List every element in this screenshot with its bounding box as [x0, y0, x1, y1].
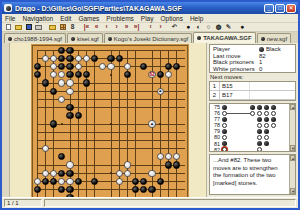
close-button[interactable]: ✕ [286, 4, 296, 13]
menu-play[interactable]: Play [141, 15, 154, 22]
white-stone[interactable] [124, 170, 131, 177]
menu-navigation[interactable]: Navigation [22, 15, 53, 22]
white-stone[interactable] [66, 88, 73, 95]
stone-pair-icon[interactable]: 8 [68, 23, 77, 31]
white-stone[interactable] [107, 63, 114, 70]
black-stone[interactable] [157, 178, 164, 185]
tab-stone-icon [8, 37, 12, 41]
toolbar-separator [234, 23, 237, 31]
tree-node-white[interactable] [271, 111, 276, 116]
tree-node-black[interactable] [264, 141, 269, 146]
black-stone[interactable] [50, 120, 57, 127]
tab-stone-icon [108, 37, 112, 41]
next-move-row[interactable]: 2B17 [210, 91, 295, 100]
triangle-mark-icon: ▲ [158, 89, 162, 94]
next-moves-label: Next moves: [209, 74, 296, 81]
tab-label: TAKAGAWA.SGF [203, 35, 252, 41]
last-move-value: 82 [259, 53, 266, 59]
pencil-tool-icon[interactable]: ✎ [224, 23, 233, 31]
game-info-box: Player Black Last move 82 Black prisoner… [209, 44, 296, 73]
tree-move-number: 81 [211, 141, 220, 147]
black-stone[interactable] [173, 161, 180, 168]
comment-box[interactable]: ...And #82. These two moves are to stren… [209, 154, 296, 195]
toolbar-separator [142, 23, 145, 31]
tree-node-white[interactable] [250, 111, 255, 116]
white-stone[interactable] [42, 55, 49, 62]
tree-branch-line [225, 113, 253, 114]
black-stone[interactable] [107, 55, 114, 62]
tree-node-black[interactable] [271, 105, 276, 110]
new-file-icon[interactable] [4, 23, 13, 31]
black-stone[interactable] [66, 55, 73, 62]
tree-row-82: 82 [210, 147, 295, 152]
black-stone[interactable] [83, 79, 90, 86]
tab-label: new.sgf [267, 36, 287, 42]
tab-bar: cho1988-1994.sgfkisei.sgfKogo's Joseki D… [2, 32, 298, 43]
tree-node-black[interactable] [250, 105, 255, 110]
tab-label: kisei.sgf [77, 36, 99, 42]
white-stone[interactable]: ▲ [157, 88, 164, 95]
tree-move-number: 80 [211, 134, 220, 140]
board-grid-icon[interactable] [58, 23, 67, 31]
last-move-icon[interactable]: »| [132, 23, 141, 31]
tree-node-black[interactable] [257, 105, 262, 110]
tree-node-white[interactable] [264, 111, 269, 116]
tab-label: cho1988-1994.sgf [14, 36, 62, 42]
tab-kogo-s-joseki-dictionary-sgf[interactable]: Kogo's Joseki Dictionary.sgf [104, 33, 192, 43]
maximize-button[interactable]: □ [275, 4, 285, 13]
white-stone[interactable] [66, 161, 73, 168]
tree-scroll-up-icon[interactable]: ▲ [290, 104, 295, 110]
tree-node-black[interactable] [271, 117, 276, 122]
comment-scrollbar[interactable]: ▲ ▼ [289, 155, 295, 194]
next-move-coord: B17 [220, 91, 250, 99]
tree-node-white[interactable] [222, 135, 227, 140]
tab-stone-icon [261, 37, 265, 41]
tree-node-white-current[interactable] [222, 147, 227, 152]
player-row: Player Black [213, 46, 292, 53]
white-stone[interactable] [83, 55, 90, 62]
tree-node-white[interactable] [271, 123, 276, 128]
tree-node-black[interactable] [222, 117, 227, 122]
tree-node-white[interactable] [257, 135, 262, 140]
right-panel: Player Black Last move 82 Black prisoner… [206, 43, 298, 197]
save-icon[interactable] [24, 23, 33, 31]
open-folder-icon[interactable] [14, 23, 23, 31]
next-move-number: 1 [210, 82, 220, 90]
next-move-coord: B15 [220, 82, 250, 90]
menu-bar: FileNavigationEditGamesProblemsPlayOptio… [2, 14, 298, 23]
toolbar-separator [44, 23, 47, 31]
triangle-mark-icon: ▲ [150, 122, 154, 127]
menu-games[interactable]: Games [78, 15, 99, 22]
status-bar: 1 / 1 [2, 197, 298, 208]
black-stone[interactable] [66, 47, 73, 54]
tree-node-black[interactable] [222, 141, 227, 146]
tree-move-number: 82 [211, 147, 220, 152]
white-stone-tool-icon[interactable]: ○ [204, 23, 213, 31]
comment-text: ...And #82. These two moves are to stren… [213, 157, 278, 186]
player-label: Player [213, 46, 259, 52]
left-edge-strip [2, 43, 10, 197]
black-stone[interactable] [116, 55, 123, 62]
black-stone[interactable] [165, 161, 172, 168]
white-stone[interactable]: ▲ [148, 120, 155, 127]
white-stone[interactable] [148, 170, 155, 177]
white-stone[interactable] [116, 170, 123, 177]
hoshi-point [110, 74, 112, 76]
play-stone-icon[interactable]: ● [238, 23, 247, 31]
tree-node-white[interactable] [222, 111, 227, 116]
hoshi-point [110, 123, 112, 125]
player-value: Black [266, 46, 281, 52]
hoshi-point [61, 123, 63, 125]
black-prisoners-label: Black prisoners [213, 59, 259, 65]
forward-icon[interactable]: › [112, 23, 121, 31]
tree-node-black[interactable] [222, 105, 227, 110]
tree-move-number: 77 [211, 116, 220, 122]
forward-ten-icon[interactable]: » [122, 23, 131, 31]
next-moves-section: Next moves: 1B152B17 [209, 74, 296, 102]
undo-icon[interactable]: ↶ [170, 23, 179, 31]
tree-node-white[interactable] [264, 123, 269, 128]
tree-node-white[interactable] [257, 111, 262, 116]
tree-node-black[interactable] [257, 117, 262, 122]
tree-node-white[interactable] [222, 123, 227, 128]
move-number-label: 82 [149, 73, 154, 78]
half-stone-tool-icon[interactable]: ◐ [194, 23, 203, 31]
tab-new-sgf[interactable]: new.sgf [257, 33, 291, 43]
tab-cho1988-1994-sgf[interactable]: cho1988-1994.sgf [4, 33, 66, 43]
status-move-indicator: 1 / 1 [4, 199, 42, 207]
back-icon[interactable]: ‹ [102, 23, 111, 31]
menu-help[interactable]: Help [190, 15, 203, 22]
title-bar[interactable]: Drago - D:\Gilles\Go\SGF\Parties\TAKAGAW… [2, 2, 298, 14]
next-moves-table[interactable]: 1B152B17 [209, 81, 296, 101]
main-area: 82▲▲ Player Black Last move 82 Black pri… [2, 43, 298, 197]
black-stone[interactable] [66, 186, 73, 193]
white-stone[interactable] [34, 178, 41, 185]
white-stone[interactable] [124, 161, 131, 168]
games-folder-icon[interactable] [48, 23, 57, 31]
tree-scroll-down-icon[interactable]: ▼ [290, 145, 295, 151]
toolbar-separator [166, 23, 169, 31]
toolbar: 8|««‹›»»|‹›↶●◐○◍✎● [2, 23, 298, 32]
white-stone[interactable] [42, 170, 49, 177]
next-variation-icon[interactable]: › [156, 23, 165, 31]
black-stone[interactable] [42, 178, 49, 185]
black-stone[interactable] [66, 63, 73, 70]
toolbar-separator [180, 23, 183, 31]
next-move-number: 2 [210, 91, 220, 99]
prev-variation-icon[interactable]: ‹ [146, 23, 155, 31]
minimize-button[interactable]: _ [264, 4, 274, 13]
tree-node-white[interactable] [257, 123, 262, 128]
comment-scroll-down-icon[interactable]: ▼ [290, 188, 295, 194]
menu-options[interactable]: Options [160, 15, 182, 22]
last-move-label: Last move [213, 53, 259, 59]
window-title: Drago - D:\Gilles\Go\SGF\Parties\TAKAGAW… [15, 5, 263, 12]
tree-node-black[interactable] [264, 129, 269, 134]
tree-node-black[interactable] [257, 141, 262, 146]
black-stone[interactable] [75, 178, 82, 185]
tree-node-white[interactable] [257, 147, 262, 152]
game-tree[interactable]: 7576777879808182 ▲ ▼ [209, 103, 296, 152]
black-stone[interactable] [42, 79, 49, 86]
print-icon[interactable] [34, 23, 43, 31]
tab-stone-icon [71, 37, 75, 41]
tree-node-black[interactable] [264, 105, 269, 110]
white-stone[interactable] [116, 178, 123, 185]
tree-node-black[interactable] [222, 129, 227, 134]
tab-kisei-sgf[interactable]: kisei.sgf [67, 33, 103, 43]
tab-takagawa-sgf[interactable]: TAKAGAWA.SGF [193, 32, 256, 43]
menu-edit[interactable]: Edit [60, 15, 71, 22]
white-stone[interactable] [66, 178, 73, 185]
tree-move-number: 76 [211, 110, 220, 116]
white-stone[interactable] [66, 79, 73, 86]
go-board[interactable]: 82▲▲ [32, 45, 188, 201]
white-prisoners-label: White prisoners [213, 66, 259, 72]
tree-node-white[interactable] [264, 135, 269, 140]
black-stone[interactable] [66, 104, 73, 111]
tree-node-black[interactable] [264, 117, 269, 122]
marker-stone-tool-icon[interactable]: ◍ [214, 23, 223, 31]
drago-window: Drago - D:\Gilles\Go\SGF\Parties\TAKAGAW… [0, 0, 300, 210]
menu-file[interactable]: File [5, 15, 15, 22]
black-stone[interactable] [148, 186, 155, 193]
tree-move-number: 75 [211, 104, 220, 110]
tree-scrollbar[interactable]: ▲ ▼ [289, 104, 295, 151]
white-prisoners-value: 0 [259, 66, 262, 72]
black-stone[interactable] [66, 170, 73, 177]
status-message-area [44, 199, 296, 207]
white-prisoners-row: White prisoners 0 [213, 66, 292, 73]
black-stone-icon [259, 47, 264, 52]
app-icon [4, 4, 12, 12]
tab-stone-icon [197, 36, 201, 40]
menu-problems[interactable]: Problems [106, 15, 133, 22]
black-stone-tool-icon[interactable]: ● [184, 23, 193, 31]
black-prisoners-value: 1 [259, 59, 262, 65]
toolbar-separator [78, 23, 81, 31]
tab-label: Kogo's Joseki Dictionary.sgf [114, 36, 188, 42]
first-move-icon[interactable]: |« [82, 23, 91, 31]
tree-move-number: 78 [211, 122, 220, 128]
tree-move-number: 79 [211, 128, 220, 134]
comment-scroll-up-icon[interactable]: ▲ [290, 155, 295, 161]
white-stone[interactable] [75, 55, 82, 62]
tree-node-black[interactable] [257, 129, 262, 134]
next-move-row[interactable]: 1B15 [210, 82, 295, 91]
back-ten-icon[interactable]: « [92, 23, 101, 31]
